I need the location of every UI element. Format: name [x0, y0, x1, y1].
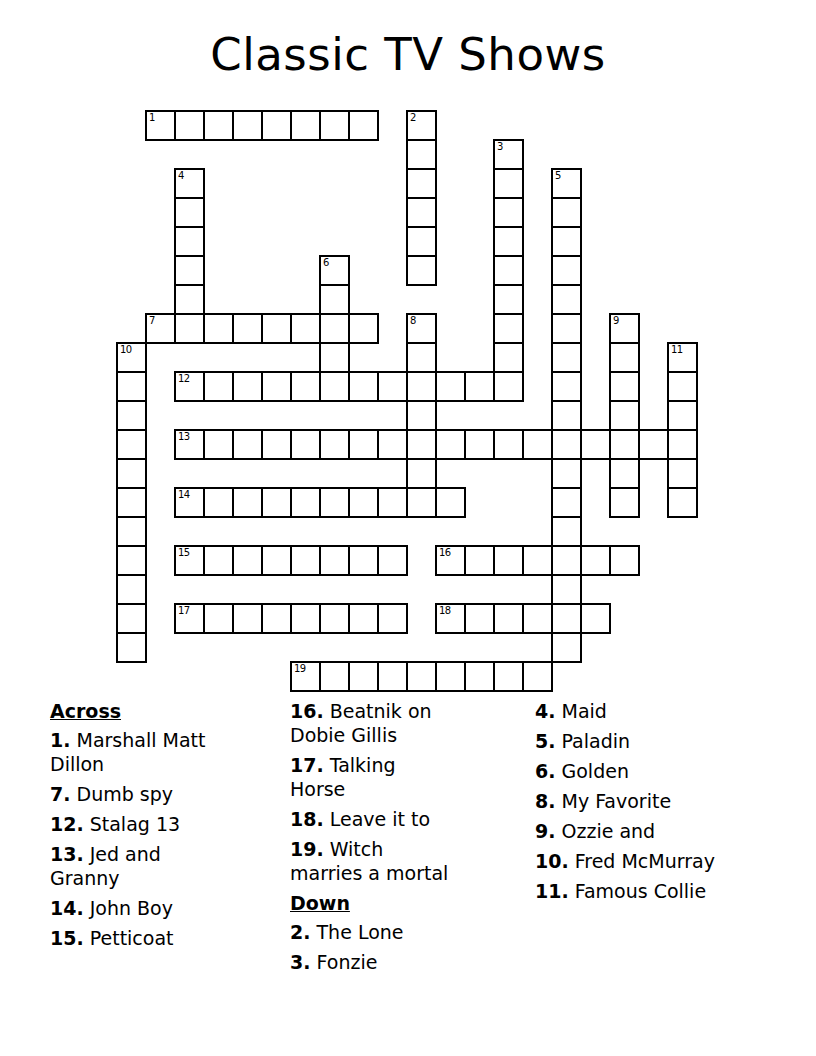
clue-number: 16.: [290, 700, 324, 722]
grid-cell[interactable]: [406, 168, 437, 199]
grid-cell[interactable]: [551, 574, 582, 605]
cell-number: 19: [294, 664, 306, 674]
grid-cell[interactable]: 3: [493, 139, 524, 170]
grid-cell[interactable]: [551, 226, 582, 257]
grid-cell[interactable]: [493, 168, 524, 199]
grid-cell[interactable]: [377, 371, 408, 402]
grid-cell[interactable]: 13: [174, 429, 205, 460]
grid-cell[interactable]: [377, 545, 408, 576]
clue-text: Paladin: [562, 730, 631, 752]
grid-cell[interactable]: [319, 313, 350, 344]
grid-cell[interactable]: [348, 429, 379, 460]
grid-cell[interactable]: 11: [667, 342, 698, 373]
cell-number: 8: [410, 316, 416, 326]
grid-cell[interactable]: [377, 487, 408, 518]
grid-cell[interactable]: [232, 545, 263, 576]
grid-cell[interactable]: [319, 284, 350, 315]
clue-item-18-across: 18. Leave it to: [290, 807, 455, 831]
clue-text: John Boy: [90, 897, 173, 919]
grid-cell[interactable]: [551, 284, 582, 315]
grid-cell[interactable]: [116, 574, 147, 605]
grid-cell[interactable]: [551, 632, 582, 663]
cell-number: 4: [178, 171, 184, 181]
grid-cell[interactable]: [319, 487, 350, 518]
grid-cell[interactable]: [406, 661, 437, 692]
clue-number: 10.: [535, 850, 569, 872]
cell-number: 2: [410, 113, 416, 123]
grid-cell[interactable]: [406, 458, 437, 489]
grid-cell[interactable]: [493, 661, 524, 692]
cell-number: 13: [178, 432, 190, 442]
grid-cell[interactable]: [406, 371, 437, 402]
clue-number: 5.: [535, 730, 555, 752]
grid-cell[interactable]: [493, 371, 524, 402]
cell-number: 9: [613, 316, 619, 326]
cell-number: 7: [149, 316, 155, 326]
grid-cell[interactable]: [348, 487, 379, 518]
clue-number: 19.: [290, 838, 324, 860]
grid-cell[interactable]: [493, 197, 524, 228]
grid-cell[interactable]: 15: [174, 545, 205, 576]
crossword-grid: 12345678910111213141516171819: [116, 110, 698, 692]
grid-cell[interactable]: [261, 545, 292, 576]
clue-text: Fonzie: [317, 951, 378, 973]
clue-text: Golden: [562, 760, 629, 782]
grid-cell[interactable]: [551, 603, 582, 634]
cell-number: 14: [178, 490, 190, 500]
grid-cell[interactable]: [116, 429, 147, 460]
grid-cell[interactable]: [609, 371, 640, 402]
clue-item-14-across: 14. John Boy: [50, 896, 235, 920]
grid-cell[interactable]: [435, 661, 466, 692]
grid-cell[interactable]: 18: [435, 603, 466, 634]
grid-cell[interactable]: [319, 661, 350, 692]
grid-cell[interactable]: [406, 139, 437, 170]
clue-number: 3.: [290, 951, 310, 973]
grid-cell[interactable]: [464, 603, 495, 634]
grid-cell[interactable]: [174, 197, 205, 228]
grid-cell[interactable]: [290, 371, 321, 402]
cell-number: 5: [555, 171, 561, 181]
clue-text: Ozzie and: [562, 820, 656, 842]
clue-text: My Favorite: [562, 790, 672, 812]
grid-cell[interactable]: [493, 342, 524, 373]
grid-cell[interactable]: 12: [174, 371, 205, 402]
grid-cell[interactable]: [551, 342, 582, 373]
grid-cell[interactable]: [406, 255, 437, 286]
clue-number: 13.: [50, 843, 84, 865]
grid-cell[interactable]: [435, 487, 466, 518]
grid-cell[interactable]: [290, 603, 321, 634]
grid-cell[interactable]: [493, 226, 524, 257]
grid-cell[interactable]: 6: [319, 255, 350, 286]
grid-cell[interactable]: [319, 603, 350, 634]
clue-number: 4.: [535, 700, 555, 722]
clue-item-15-across: 15. Petticoat: [50, 926, 235, 950]
grid-cell[interactable]: [319, 342, 350, 373]
clue-item-16-across: 16. Beatnik on Dobie Gillis: [290, 699, 455, 747]
cell-number: 6: [323, 258, 329, 268]
grid-cell[interactable]: [609, 400, 640, 431]
grid-cell[interactable]: [203, 545, 234, 576]
clue-text: Maid: [562, 700, 607, 722]
clue-column-middle: 16. Beatnik on Dobie Gillis17. Talking H…: [290, 699, 455, 980]
grid-cell[interactable]: [116, 603, 147, 634]
cell-number: 3: [497, 142, 503, 152]
grid-cell[interactable]: [551, 255, 582, 286]
grid-cell[interactable]: [551, 429, 582, 460]
grid-cell[interactable]: [667, 487, 698, 518]
clue-item-13-across: 13. Jed and Granny: [50, 842, 235, 890]
grid-cell[interactable]: [116, 400, 147, 431]
grid-cell[interactable]: [116, 632, 147, 663]
grid-cell[interactable]: [319, 545, 350, 576]
grid-cell[interactable]: [435, 371, 466, 402]
clue-text: Dumb spy: [77, 783, 173, 805]
grid-cell[interactable]: 8: [406, 313, 437, 344]
grid-cell[interactable]: [493, 313, 524, 344]
grid-cell[interactable]: [261, 603, 292, 634]
grid-cell[interactable]: [493, 603, 524, 634]
grid-cell[interactable]: [464, 371, 495, 402]
crossword-page: Classic TV Shows 12345678910111213141516…: [0, 0, 816, 1056]
across-header: Across: [50, 699, 235, 723]
clue-column-across: Across1. Marshall Matt Dillon7. Dumb spy…: [50, 699, 235, 956]
clue-text: The Lone: [317, 921, 404, 943]
cell-number: 16: [439, 548, 451, 558]
grid-cell[interactable]: [580, 545, 611, 576]
grid-cell[interactable]: [522, 545, 553, 576]
grid-cell[interactable]: [203, 371, 234, 402]
grid-cell[interactable]: [348, 371, 379, 402]
clue-text: Leave it to: [330, 808, 430, 830]
clue-number: 17.: [290, 754, 324, 776]
grid-cell[interactable]: 1: [145, 110, 176, 141]
grid-cell[interactable]: [203, 603, 234, 634]
grid-cell[interactable]: [522, 661, 553, 692]
cell-number: 12: [178, 374, 190, 384]
grid-cell[interactable]: [667, 429, 698, 460]
clue-text: Marshall Matt Dillon: [50, 729, 205, 775]
grid-cell[interactable]: [174, 313, 205, 344]
grid-cell[interactable]: [551, 313, 582, 344]
grid-cell[interactable]: 4: [174, 168, 205, 199]
grid-cell[interactable]: [232, 110, 263, 141]
grid-cell[interactable]: [290, 487, 321, 518]
grid-cell[interactable]: [609, 458, 640, 489]
grid-cell[interactable]: [261, 487, 292, 518]
grid-cell[interactable]: [261, 313, 292, 344]
grid-cell[interactable]: [464, 661, 495, 692]
grid-cell[interactable]: [435, 429, 466, 460]
grid-cell[interactable]: [232, 603, 263, 634]
cell-number: 18: [439, 606, 451, 616]
grid-cell[interactable]: 5: [551, 168, 582, 199]
grid-cell[interactable]: [609, 429, 640, 460]
grid-cell[interactable]: [348, 545, 379, 576]
clue-column-down: 4. Maid5. Paladin6. Golden8. My Favorite…: [535, 699, 745, 909]
grid-cell[interactable]: 14: [174, 487, 205, 518]
clue-item-1-across: 1. Marshall Matt Dillon: [50, 728, 235, 776]
cell-number: 17: [178, 606, 190, 616]
grid-cell[interactable]: [406, 400, 437, 431]
grid-cell[interactable]: [232, 371, 263, 402]
grid-cell[interactable]: [580, 603, 611, 634]
clue-number: 1.: [50, 729, 70, 751]
grid-cell[interactable]: 19: [290, 661, 321, 692]
grid-cell[interactable]: [493, 255, 524, 286]
clue-item-12-across: 12. Stalag 13: [50, 812, 235, 836]
grid-cell[interactable]: [551, 197, 582, 228]
grid-cell[interactable]: [348, 110, 379, 141]
grid-cell[interactable]: [551, 400, 582, 431]
grid-cell[interactable]: 10: [116, 342, 147, 373]
grid-cell[interactable]: [406, 226, 437, 257]
grid-cell[interactable]: [638, 429, 669, 460]
clue-text: Petticoat: [90, 927, 174, 949]
grid-cell[interactable]: [551, 487, 582, 518]
grid-cell[interactable]: [174, 110, 205, 141]
clue-number: 18.: [290, 808, 324, 830]
grid-cell[interactable]: [116, 545, 147, 576]
grid-cell[interactable]: [232, 487, 263, 518]
grid-cell[interactable]: [348, 313, 379, 344]
clue-text: Stalag 13: [90, 813, 180, 835]
cell-number: 1: [149, 113, 155, 123]
cell-number: 15: [178, 548, 190, 558]
grid-cell[interactable]: [609, 342, 640, 373]
clue-number: 14.: [50, 897, 84, 919]
grid-cell[interactable]: [551, 371, 582, 402]
clue-item-2-down: 2. The Lone: [290, 920, 455, 944]
grid-cell[interactable]: 9: [609, 313, 640, 344]
clue-item-9-down: 9. Ozzie and: [535, 819, 745, 843]
grid-cell[interactable]: [348, 603, 379, 634]
grid-cell[interactable]: [609, 487, 640, 518]
cell-number: 10: [120, 345, 132, 355]
grid-cell[interactable]: [551, 516, 582, 547]
clue-item-3-down: 3. Fonzie: [290, 950, 455, 974]
clue-number: 6.: [535, 760, 555, 782]
grid-cell[interactable]: [116, 371, 147, 402]
grid-cell[interactable]: [290, 110, 321, 141]
clue-number: 11.: [535, 880, 569, 902]
grid-cell[interactable]: [406, 197, 437, 228]
grid-cell[interactable]: [406, 342, 437, 373]
grid-cell[interactable]: [290, 429, 321, 460]
grid-cell[interactable]: [493, 284, 524, 315]
grid-cell[interactable]: 7: [145, 313, 176, 344]
clue-text: Fred McMurray: [575, 850, 715, 872]
clue-number: 9.: [535, 820, 555, 842]
grid-cell[interactable]: [174, 255, 205, 286]
grid-cell[interactable]: [319, 371, 350, 402]
clue-item-17-across: 17. Talking Horse: [290, 753, 455, 801]
grid-cell[interactable]: [464, 545, 495, 576]
grid-cell[interactable]: [406, 487, 437, 518]
clue-item-6-down: 6. Golden: [535, 759, 745, 783]
grid-cell[interactable]: [580, 429, 611, 460]
grid-cell[interactable]: [377, 661, 408, 692]
grid-cell[interactable]: [609, 545, 640, 576]
grid-cell[interactable]: [377, 429, 408, 460]
grid-cell[interactable]: 16: [435, 545, 466, 576]
grid-cell[interactable]: [493, 429, 524, 460]
grid-cell[interactable]: [551, 458, 582, 489]
clue-number: 15.: [50, 927, 84, 949]
grid-cell[interactable]: [203, 313, 234, 344]
clue-item-4-down: 4. Maid: [535, 699, 745, 723]
grid-cell[interactable]: [319, 429, 350, 460]
grid-cell[interactable]: [406, 429, 437, 460]
clue-number: 7.: [50, 783, 70, 805]
clue-item-7-across: 7. Dumb spy: [50, 782, 235, 806]
grid-cell[interactable]: [319, 110, 350, 141]
grid-cell[interactable]: [290, 313, 321, 344]
grid-cell[interactable]: [667, 371, 698, 402]
grid-cell[interactable]: [464, 429, 495, 460]
grid-cell[interactable]: [261, 371, 292, 402]
grid-cell[interactable]: [522, 603, 553, 634]
grid-cell[interactable]: [174, 284, 205, 315]
clue-number: 2.: [290, 921, 310, 943]
clue-text: Famous Collie: [575, 880, 706, 902]
puzzle-title: Classic TV Shows: [0, 28, 816, 81]
grid-cell[interactable]: [232, 313, 263, 344]
grid-cell[interactable]: [261, 429, 292, 460]
grid-cell[interactable]: [261, 110, 292, 141]
grid-cell[interactable]: [116, 458, 147, 489]
grid-cell[interactable]: [290, 545, 321, 576]
clue-item-8-down: 8. My Favorite: [535, 789, 745, 813]
clue-item-11-down: 11. Famous Collie: [535, 879, 745, 903]
clue-number: 12.: [50, 813, 84, 835]
grid-cell[interactable]: [348, 661, 379, 692]
grid-cell[interactable]: [116, 516, 147, 547]
grid-cell[interactable]: [522, 429, 553, 460]
clue-item-10-down: 10. Fred McMurray: [535, 849, 745, 873]
grid-cell[interactable]: [203, 429, 234, 460]
grid-cell[interactable]: [667, 400, 698, 431]
down-header: Down: [290, 891, 455, 915]
grid-cell[interactable]: [493, 545, 524, 576]
grid-cell[interactable]: [116, 487, 147, 518]
clue-item-19-across: 19. Witch marries a mortal: [290, 837, 455, 885]
grid-cell[interactable]: [232, 429, 263, 460]
grid-cell[interactable]: [203, 487, 234, 518]
clue-item-5-down: 5. Paladin: [535, 729, 745, 753]
grid-cell[interactable]: 17: [174, 603, 205, 634]
grid-cell[interactable]: [377, 603, 408, 634]
clue-number: 8.: [535, 790, 555, 812]
grid-cell[interactable]: [667, 458, 698, 489]
grid-cell[interactable]: [551, 545, 582, 576]
grid-cell[interactable]: 2: [406, 110, 437, 141]
grid-cell[interactable]: [203, 110, 234, 141]
cell-number: 11: [671, 345, 683, 355]
grid-cell[interactable]: [174, 226, 205, 257]
